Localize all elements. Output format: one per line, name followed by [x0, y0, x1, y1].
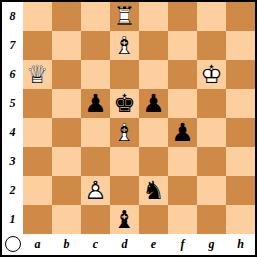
square-f1[interactable] [168, 205, 197, 234]
square-e7[interactable] [139, 31, 168, 60]
square-g7[interactable] [197, 31, 226, 60]
rank-label-4: 4 [2, 118, 23, 147]
square-b2[interactable] [52, 176, 81, 205]
rank-label-8: 8 [2, 2, 23, 31]
file-label-g: g [197, 234, 226, 255]
square-h5[interactable] [226, 89, 255, 118]
square-h3[interactable] [226, 147, 255, 176]
black-pawn: ♟ [142, 91, 164, 116]
square-c3[interactable] [81, 147, 110, 176]
file-label-h: h [226, 234, 255, 255]
square-d1[interactable]: ♝ [110, 205, 139, 234]
black-knight: ♞ [142, 178, 164, 203]
square-b6[interactable] [52, 60, 81, 89]
square-c8[interactable] [81, 2, 110, 31]
square-d7[interactable]: ♝♗ [110, 31, 139, 60]
rank-label-6: 6 [2, 60, 23, 89]
square-a1[interactable] [23, 205, 52, 234]
square-e1[interactable] [139, 205, 168, 234]
file-label-a: a [23, 234, 52, 255]
square-c4[interactable] [81, 118, 110, 147]
square-h7[interactable] [226, 31, 255, 60]
square-g8[interactable] [197, 2, 226, 31]
square-f6[interactable] [168, 60, 197, 89]
square-g3[interactable] [197, 147, 226, 176]
square-f5[interactable] [168, 89, 197, 118]
square-b5[interactable] [52, 89, 81, 118]
square-h8[interactable] [226, 2, 255, 31]
square-g5[interactable] [197, 89, 226, 118]
square-d4[interactable]: ♝♗ [110, 118, 139, 147]
square-b4[interactable] [52, 118, 81, 147]
rank-label-1: 1 [2, 205, 23, 234]
square-e6[interactable] [139, 60, 168, 89]
square-e2[interactable]: ♞ [139, 176, 168, 205]
chess-diagram: 87654321 ♜♖♝♗♛♕♚♔♟♚♟♝♗♟♟♙♞♝ abcdefgh [0, 0, 257, 257]
square-g6[interactable]: ♚♔ [197, 60, 226, 89]
square-b7[interactable] [52, 31, 81, 60]
rank-label-7: 7 [2, 31, 23, 60]
square-f8[interactable] [168, 2, 197, 31]
square-c5[interactable]: ♟ [81, 89, 110, 118]
square-d5[interactable]: ♚ [110, 89, 139, 118]
square-a4[interactable] [23, 118, 52, 147]
black-king: ♚ [113, 91, 135, 116]
square-d8[interactable]: ♜♖ [110, 2, 139, 31]
square-g4[interactable] [197, 118, 226, 147]
square-e5[interactable]: ♟ [139, 89, 168, 118]
square-b1[interactable] [52, 205, 81, 234]
square-d6[interactable] [110, 60, 139, 89]
square-c1[interactable] [81, 205, 110, 234]
square-h6[interactable] [226, 60, 255, 89]
square-e3[interactable] [139, 147, 168, 176]
square-b8[interactable] [52, 2, 81, 31]
rank-label-2: 2 [2, 176, 23, 205]
black-pawn: ♟ [84, 91, 106, 116]
square-a2[interactable] [23, 176, 52, 205]
square-a6[interactable]: ♛♕ [23, 60, 52, 89]
square-d2[interactable] [110, 176, 139, 205]
white-pawn: ♟♙ [84, 178, 106, 203]
square-f7[interactable] [168, 31, 197, 60]
square-h1[interactable] [226, 205, 255, 234]
file-label-c: c [81, 234, 110, 255]
square-g1[interactable] [197, 205, 226, 234]
square-a3[interactable] [23, 147, 52, 176]
file-labels: abcdefgh [23, 234, 255, 255]
file-label-d: d [110, 234, 139, 255]
square-g2[interactable] [197, 176, 226, 205]
side-to-move-indicator [5, 236, 21, 252]
square-f3[interactable] [168, 147, 197, 176]
file-label-b: b [52, 234, 81, 255]
square-f2[interactable] [168, 176, 197, 205]
white-bishop: ♝♗ [113, 120, 135, 145]
square-c6[interactable] [81, 60, 110, 89]
white-bishop: ♝♗ [113, 33, 135, 58]
square-f4[interactable]: ♟ [168, 118, 197, 147]
white-king: ♚♔ [200, 62, 222, 87]
square-b3[interactable] [52, 147, 81, 176]
square-e8[interactable] [139, 2, 168, 31]
black-pawn: ♟ [171, 120, 193, 145]
white-rook: ♜♖ [113, 4, 135, 29]
square-a7[interactable] [23, 31, 52, 60]
square-e4[interactable] [139, 118, 168, 147]
file-label-e: e [139, 234, 168, 255]
square-h4[interactable] [226, 118, 255, 147]
rank-label-5: 5 [2, 89, 23, 118]
file-label-f: f [168, 234, 197, 255]
square-a8[interactable] [23, 2, 52, 31]
rank-label-3: 3 [2, 147, 23, 176]
rank-labels: 87654321 [2, 2, 23, 234]
square-c2[interactable]: ♟♙ [81, 176, 110, 205]
square-c7[interactable] [81, 31, 110, 60]
board: ♜♖♝♗♛♕♚♔♟♚♟♝♗♟♟♙♞♝ [23, 2, 255, 234]
black-bishop: ♝ [113, 207, 135, 232]
square-h2[interactable] [226, 176, 255, 205]
square-d3[interactable] [110, 147, 139, 176]
square-a5[interactable] [23, 89, 52, 118]
white-queen: ♛♕ [26, 62, 48, 87]
